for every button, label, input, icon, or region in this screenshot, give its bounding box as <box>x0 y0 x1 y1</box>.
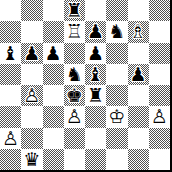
square-h7 <box>149 21 170 42</box>
square-b4: ♟♙ <box>21 85 42 106</box>
square-g8 <box>128 0 149 21</box>
chessboard: ♜♜♖♟♞♝♗♝♟♟♟♞♝♟♟♙♚♜♟♙♚♔♟♙♟♙♛ <box>0 0 172 172</box>
square-g5: ♟ <box>128 64 149 85</box>
square-g2 <box>128 128 149 149</box>
square-b5 <box>21 64 42 85</box>
square-c2 <box>43 128 64 149</box>
square-h3: ♟♙ <box>149 106 170 127</box>
square-b3 <box>21 106 42 127</box>
square-e7: ♟ <box>85 21 106 42</box>
square-a3 <box>0 106 21 127</box>
square-d3: ♟♙ <box>64 106 85 127</box>
square-c7 <box>43 21 64 42</box>
square-a8 <box>0 0 21 21</box>
square-e1 <box>85 149 106 170</box>
square-f7: ♞ <box>106 21 127 42</box>
square-c4 <box>43 85 64 106</box>
piece-bK-d4: ♚ <box>66 86 83 105</box>
piece-bR-d8: ♜ <box>66 1 83 20</box>
square-d4: ♚ <box>64 85 85 106</box>
piece-bR-e4: ♜ <box>87 86 104 105</box>
square-d6 <box>64 43 85 64</box>
square-e8 <box>85 0 106 21</box>
square-f3: ♚♔ <box>106 106 127 127</box>
square-a6: ♝ <box>0 43 21 64</box>
square-b2 <box>21 128 42 149</box>
piece-wB-g7: ♝♗ <box>130 22 147 41</box>
square-g7: ♝♗ <box>128 21 149 42</box>
square-f6 <box>106 43 127 64</box>
piece-bN-d5: ♞ <box>66 65 83 84</box>
square-g1 <box>128 149 149 170</box>
square-f4 <box>106 85 127 106</box>
square-b8 <box>21 0 42 21</box>
square-h8 <box>149 0 170 21</box>
square-c1 <box>43 149 64 170</box>
square-g3 <box>128 106 149 127</box>
square-f1 <box>106 149 127 170</box>
square-f5 <box>106 64 127 85</box>
piece-wP-d3: ♟♙ <box>66 107 83 126</box>
square-b1: ♛ <box>21 149 42 170</box>
piece-bB-e5: ♝ <box>87 65 104 84</box>
square-h4 <box>149 85 170 106</box>
piece-bP-c6: ♟ <box>45 44 62 63</box>
piece-wP-a2: ♟♙ <box>2 129 19 148</box>
square-e4: ♜ <box>85 85 106 106</box>
piece-wK-f3: ♚♔ <box>108 107 125 126</box>
square-e2 <box>85 128 106 149</box>
piece-bN-f7: ♞ <box>108 22 125 41</box>
square-a5 <box>0 64 21 85</box>
square-f2 <box>106 128 127 149</box>
square-a1 <box>0 149 21 170</box>
square-d2 <box>64 128 85 149</box>
piece-bB-a6: ♝ <box>2 44 19 63</box>
square-b6: ♟ <box>21 43 42 64</box>
square-g6 <box>128 43 149 64</box>
square-e6: ♟ <box>85 43 106 64</box>
piece-wP-h3: ♟♙ <box>151 107 168 126</box>
square-c8 <box>43 0 64 21</box>
square-c6: ♟ <box>43 43 64 64</box>
piece-bP-e6: ♟ <box>87 44 104 63</box>
square-c5 <box>43 64 64 85</box>
piece-bP-g5: ♟ <box>130 65 147 84</box>
piece-bP-b6: ♟ <box>23 44 40 63</box>
square-g4 <box>128 85 149 106</box>
square-d7: ♜♖ <box>64 21 85 42</box>
piece-bP-e7: ♟ <box>87 22 104 41</box>
square-d5: ♞ <box>64 64 85 85</box>
square-e3 <box>85 106 106 127</box>
square-h2 <box>149 128 170 149</box>
square-a7 <box>0 21 21 42</box>
square-h1 <box>149 149 170 170</box>
square-h5 <box>149 64 170 85</box>
square-d8: ♜ <box>64 0 85 21</box>
square-h6 <box>149 43 170 64</box>
square-b7 <box>21 21 42 42</box>
square-e5: ♝ <box>85 64 106 85</box>
piece-wP-b4: ♟♙ <box>23 86 40 105</box>
square-a2: ♟♙ <box>0 128 21 149</box>
piece-wR-d7: ♜♖ <box>66 22 83 41</box>
square-d1 <box>64 149 85 170</box>
piece-bQ-b1: ♛ <box>23 150 40 169</box>
square-a4 <box>0 85 21 106</box>
square-c3 <box>43 106 64 127</box>
square-f8 <box>106 0 127 21</box>
